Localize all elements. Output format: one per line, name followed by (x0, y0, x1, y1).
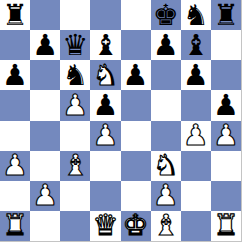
square-a1[interactable]: ♜ (0, 211, 30, 241)
square-f3[interactable]: ♞ (151, 151, 181, 181)
white-pawn-piece: ♟ (183, 121, 209, 150)
square-g2[interactable] (181, 181, 211, 211)
black-knight-piece: ♞ (183, 1, 209, 30)
white-rook-piece: ♜ (213, 211, 239, 240)
square-d5[interactable]: ♟ (90, 90, 120, 120)
square-e6[interactable]: ♟ (121, 60, 151, 90)
white-pawn-piece: ♟ (62, 91, 88, 120)
square-h4[interactable]: ♟ (211, 121, 241, 151)
square-d2[interactable] (90, 181, 120, 211)
square-c4[interactable] (60, 121, 90, 151)
white-knight-piece: ♞ (92, 61, 118, 90)
square-f8[interactable]: ♚ (151, 0, 181, 30)
square-g6[interactable]: ♟ (181, 60, 211, 90)
square-b5[interactable] (30, 90, 60, 120)
square-h7[interactable] (211, 30, 241, 60)
square-a8[interactable]: ♜ (0, 0, 30, 30)
black-knight-piece: ♞ (62, 61, 88, 90)
square-d8[interactable] (90, 0, 120, 30)
square-g1[interactable] (181, 211, 211, 241)
white-bishop-piece: ♝ (62, 151, 88, 180)
white-rook-piece: ♜ (2, 211, 28, 240)
black-pawn-piece: ♟ (123, 61, 149, 90)
square-h3[interactable] (211, 151, 241, 181)
square-b3[interactable] (30, 151, 60, 181)
square-e2[interactable] (121, 181, 151, 211)
square-f7[interactable]: ♟ (151, 30, 181, 60)
square-a6[interactable]: ♟ (0, 60, 30, 90)
square-g8[interactable]: ♞ (181, 0, 211, 30)
square-d1[interactable]: ♛ (90, 211, 120, 241)
black-pawn-piece: ♟ (183, 61, 209, 90)
square-h6[interactable] (211, 60, 241, 90)
square-c1[interactable] (60, 211, 90, 241)
square-b1[interactable] (30, 211, 60, 241)
square-e4[interactable] (121, 121, 151, 151)
black-pawn-piece: ♟ (32, 31, 58, 60)
square-g3[interactable] (181, 151, 211, 181)
square-a3[interactable]: ♟ (0, 151, 30, 181)
square-h1[interactable]: ♜ (211, 211, 241, 241)
square-b7[interactable]: ♟ (30, 30, 60, 60)
white-pawn-piece: ♟ (92, 121, 118, 150)
white-queen-piece: ♛ (92, 211, 118, 240)
square-c7[interactable]: ♛ (60, 30, 90, 60)
square-c8[interactable] (60, 0, 90, 30)
square-f4[interactable] (151, 121, 181, 151)
square-g5[interactable] (181, 90, 211, 120)
square-f6[interactable] (151, 60, 181, 90)
white-knight-piece: ♞ (153, 151, 179, 180)
square-d3[interactable] (90, 151, 120, 181)
square-h8[interactable]: ♜ (211, 0, 241, 30)
square-b8[interactable] (30, 0, 60, 30)
square-e8[interactable] (121, 0, 151, 30)
square-c2[interactable] (60, 181, 90, 211)
square-f2[interactable]: ♟ (151, 181, 181, 211)
square-c3[interactable]: ♝ (60, 151, 90, 181)
square-f5[interactable] (151, 90, 181, 120)
white-king-piece: ♚ (123, 211, 149, 240)
black-pawn-piece: ♟ (213, 91, 239, 120)
white-bishop-piece: ♝ (153, 211, 179, 240)
black-pawn-piece: ♟ (2, 61, 28, 90)
square-a5[interactable] (0, 90, 30, 120)
square-a2[interactable] (0, 181, 30, 211)
black-pawn-piece: ♟ (153, 31, 179, 60)
square-c6[interactable]: ♞ (60, 60, 90, 90)
square-f1[interactable]: ♝ (151, 211, 181, 241)
square-g7[interactable]: ♝ (181, 30, 211, 60)
square-a4[interactable] (0, 121, 30, 151)
square-c5[interactable]: ♟ (60, 90, 90, 120)
white-pawn-piece: ♟ (2, 151, 28, 180)
square-d6[interactable]: ♞ (90, 60, 120, 90)
black-pawn-piece: ♟ (92, 91, 118, 120)
square-h5[interactable]: ♟ (211, 90, 241, 120)
chess-board: ♜♚♞♜♟♛♝♟♝♟♞♞♟♟♟♟♟♟♟♟♟♝♞♟♟♜♛♚♝♜ (0, 0, 242, 242)
black-rook-piece: ♜ (213, 1, 239, 30)
square-d4[interactable]: ♟ (90, 121, 120, 151)
black-bishop-piece: ♝ (92, 31, 118, 60)
square-g4[interactable]: ♟ (181, 121, 211, 151)
square-e3[interactable] (121, 151, 151, 181)
white-pawn-piece: ♟ (32, 181, 58, 210)
white-pawn-piece: ♟ (153, 181, 179, 210)
square-a7[interactable] (0, 30, 30, 60)
black-queen-piece: ♛ (62, 31, 88, 60)
black-king-piece: ♚ (153, 1, 179, 30)
square-e7[interactable] (121, 30, 151, 60)
white-pawn-piece: ♟ (213, 121, 239, 150)
square-e1[interactable]: ♚ (121, 211, 151, 241)
square-b6[interactable] (30, 60, 60, 90)
square-b2[interactable]: ♟ (30, 181, 60, 211)
black-bishop-piece: ♝ (183, 31, 209, 60)
square-d7[interactable]: ♝ (90, 30, 120, 60)
square-h2[interactable] (211, 181, 241, 211)
black-rook-piece: ♜ (2, 1, 28, 30)
square-b4[interactable] (30, 121, 60, 151)
square-e5[interactable] (121, 90, 151, 120)
